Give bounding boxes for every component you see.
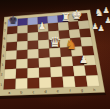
square-b5[interactable] bbox=[17, 41, 28, 50]
square-d1[interactable] bbox=[39, 77, 51, 88]
square-d6[interactable] bbox=[38, 31, 49, 40]
rank-label-2: 2 bbox=[1, 72, 3, 76]
file-label-c: c bbox=[32, 90, 34, 94]
square-e8[interactable] bbox=[48, 15, 59, 23]
square-g1[interactable] bbox=[74, 76, 87, 87]
captured-white-pawn-5: ♟ bbox=[104, 17, 110, 25]
square-h2[interactable] bbox=[85, 65, 98, 76]
square-e2[interactable] bbox=[50, 67, 62, 78]
piece-white-pawn-d7[interactable]: ♟ bbox=[38, 22, 46, 31]
chess-3d-scene: abcdefgh87654321 ♚♜♚♟♛♞♟♞♟♟♟♟ bbox=[0, 0, 110, 109]
square-f1[interactable] bbox=[63, 76, 76, 87]
square-a1[interactable] bbox=[4, 79, 16, 90]
square-h5[interactable] bbox=[81, 37, 93, 47]
square-b3[interactable] bbox=[16, 59, 27, 69]
square-e7[interactable] bbox=[48, 23, 59, 32]
captured-white-knight-1: ♞ bbox=[95, 8, 104, 18]
square-c4[interactable] bbox=[28, 49, 39, 59]
square-g2[interactable] bbox=[73, 66, 86, 77]
file-label-b: b bbox=[20, 90, 22, 94]
rank-label-6: 6 bbox=[3, 36, 5, 40]
square-c5[interactable] bbox=[28, 40, 39, 49]
piece-white-pawn-g3[interactable]: ♟ bbox=[80, 55, 89, 65]
captured-white-pawn-4: ♟ bbox=[97, 25, 104, 33]
square-c3[interactable] bbox=[28, 58, 39, 68]
square-h6[interactable] bbox=[79, 29, 91, 38]
square-h1[interactable] bbox=[86, 75, 100, 86]
square-b1[interactable] bbox=[16, 78, 28, 89]
piece-white-queen-e5[interactable]: ♛ bbox=[49, 35, 62, 49]
square-b7[interactable] bbox=[17, 25, 27, 33]
square-e3[interactable] bbox=[50, 57, 62, 67]
square-c6[interactable] bbox=[28, 32, 39, 41]
square-b6[interactable] bbox=[17, 33, 28, 42]
piece-black-king-a8[interactable]: ♚ bbox=[9, 15, 18, 25]
square-b8[interactable] bbox=[18, 18, 28, 26]
square-a6[interactable] bbox=[7, 34, 18, 43]
file-label-d: d bbox=[44, 90, 46, 94]
square-f3[interactable] bbox=[61, 56, 73, 66]
square-c8[interactable] bbox=[28, 17, 38, 25]
square-e1[interactable] bbox=[51, 77, 64, 88]
square-b2[interactable] bbox=[16, 68, 28, 78]
piece-white-knight-f4[interactable]: ♞ bbox=[65, 38, 77, 51]
file-label-e: e bbox=[57, 89, 59, 93]
square-d5[interactable] bbox=[38, 40, 49, 49]
rank-label-5: 5 bbox=[3, 45, 5, 49]
file-label-g: g bbox=[81, 88, 83, 92]
square-d2[interactable] bbox=[39, 67, 51, 78]
square-b4[interactable] bbox=[17, 50, 28, 60]
rank-label-4: 4 bbox=[2, 54, 4, 58]
rank-label-1: 1 bbox=[0, 83, 2, 87]
file-label-h: h bbox=[93, 88, 95, 92]
square-a4[interactable] bbox=[5, 50, 16, 60]
piece-white-king-g8[interactable]: ♚ bbox=[72, 9, 83, 21]
square-d3[interactable] bbox=[39, 58, 51, 68]
square-a7[interactable] bbox=[7, 26, 18, 35]
file-label-a: a bbox=[8, 91, 10, 95]
square-a3[interactable] bbox=[5, 59, 17, 69]
square-c1[interactable] bbox=[28, 78, 40, 89]
square-a5[interactable] bbox=[6, 42, 17, 51]
square-c7[interactable] bbox=[28, 24, 38, 33]
square-a2[interactable] bbox=[4, 69, 16, 79]
square-c2[interactable] bbox=[28, 68, 40, 79]
square-f2[interactable] bbox=[62, 66, 75, 77]
rank-label-3: 3 bbox=[1, 63, 3, 67]
piece-white-rook-f8[interactable]: ♜ bbox=[61, 12, 71, 23]
rank-label-8: 8 bbox=[4, 21, 6, 25]
rank-label-7: 7 bbox=[4, 29, 6, 33]
